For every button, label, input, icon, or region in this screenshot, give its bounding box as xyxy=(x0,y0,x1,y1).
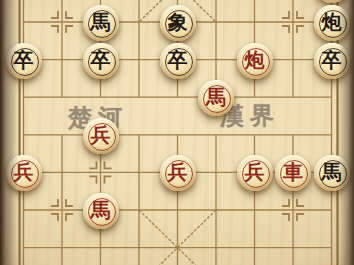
point-marker xyxy=(105,176,112,183)
palace-diagonal xyxy=(139,0,162,22)
piece-red-cannon[interactable]: 炮 xyxy=(237,43,273,79)
piece-glyph: 卒 xyxy=(91,50,111,70)
point-marker xyxy=(282,214,289,221)
palace-diagonal xyxy=(160,210,216,265)
piece-red-pawn[interactable]: 兵 xyxy=(6,155,42,191)
point-marker xyxy=(282,26,289,33)
piece-black-horse[interactable]: 馬 xyxy=(314,155,350,191)
point-marker xyxy=(51,199,58,206)
point-marker xyxy=(282,199,289,206)
piece-glyph: 象 xyxy=(168,12,188,32)
piece-red-pawn[interactable]: 兵 xyxy=(83,118,119,154)
piece-glyph: 卒 xyxy=(14,50,34,70)
piece-glyph: 炮 xyxy=(322,12,342,32)
point-marker xyxy=(90,176,97,183)
piece-glyph: 馬 xyxy=(91,200,111,220)
piece-glyph: 卒 xyxy=(168,50,188,70)
piece-black-cannon[interactable]: 炮 xyxy=(314,5,350,41)
piece-red-horse[interactable]: 馬 xyxy=(198,80,234,116)
point-marker xyxy=(51,26,58,33)
piece-black-pawn[interactable]: 卒 xyxy=(83,43,119,79)
point-marker xyxy=(282,11,289,18)
point-marker xyxy=(297,11,304,18)
point-marker xyxy=(66,199,73,206)
point-marker xyxy=(297,214,304,221)
point-marker xyxy=(66,26,73,33)
piece-glyph: 兵 xyxy=(245,162,265,182)
piece-glyph: 兵 xyxy=(14,162,34,182)
piece-glyph: 兵 xyxy=(91,125,111,145)
piece-red-pawn[interactable]: 兵 xyxy=(160,155,196,191)
palace-diagonal xyxy=(139,210,195,265)
piece-glyph: 馬 xyxy=(322,162,342,182)
piece-glyph: 兵 xyxy=(168,162,188,182)
point-marker xyxy=(90,161,97,168)
piece-glyph: 炮 xyxy=(245,50,265,70)
piece-glyph: 馬 xyxy=(91,12,111,32)
piece-glyph: 卒 xyxy=(322,50,342,70)
point-marker xyxy=(66,11,73,18)
point-marker xyxy=(297,26,304,33)
piece-glyph: 車 xyxy=(283,162,303,182)
piece-red-pawn[interactable]: 兵 xyxy=(237,155,273,191)
point-marker xyxy=(66,214,73,221)
piece-black-elephant[interactable]: 象 xyxy=(160,5,196,41)
piece-black-pawn[interactable]: 卒 xyxy=(6,43,42,79)
piece-black-pawn[interactable]: 卒 xyxy=(160,43,196,79)
piece-black-horse[interactable]: 馬 xyxy=(83,5,119,41)
point-marker xyxy=(297,199,304,206)
palace-diagonal xyxy=(193,0,216,22)
piece-red-horse[interactable]: 馬 xyxy=(83,193,119,229)
piece-black-pawn[interactable]: 卒 xyxy=(314,43,350,79)
point-marker xyxy=(105,161,112,168)
point-marker xyxy=(51,214,58,221)
xiangqi-board: 楚河 漢界 馬象炮卒卒卒炮卒馬兵兵兵兵車馬馬 xyxy=(0,0,354,265)
piece-glyph: 馬 xyxy=(206,87,226,107)
point-marker xyxy=(51,11,58,18)
